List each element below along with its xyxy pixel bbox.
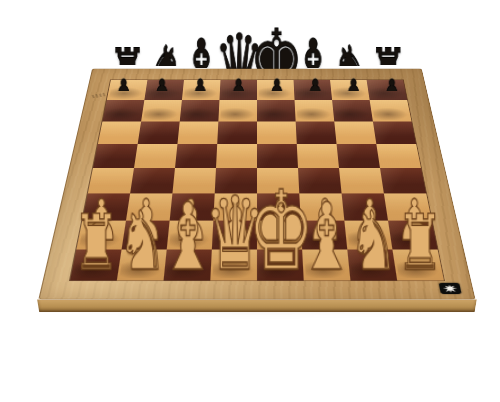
- white-rook-icon: ♜: [395, 204, 442, 281]
- pieces-layer: ♜♞♝♛♚♝♞♜♟♟♟♟♟♟♟♟♟♟♟♟♟♟♟♟♜♞♝♛♚♝♞♜: [38, 69, 475, 300]
- product-photo-scene: ♜♞♝♛♚♝♞♜♟♟♟♟♟♟♟♟♟♟♟♟♟♟♟♟♜♞♝♛♚♝♞♜: [0, 0, 500, 402]
- board-front-face: [37, 300, 477, 313]
- piece-white-rook-h1[interactable]: ♜: [383, 102, 455, 271]
- eagle-icon: [441, 284, 459, 293]
- chess-board: ♜♞♝♛♚♝♞♜♟♟♟♟♟♟♟♟♟♟♟♟♟♟♟♟♜♞♝♛♚♝♞♜: [38, 69, 475, 300]
- brand-badge: [439, 283, 462, 294]
